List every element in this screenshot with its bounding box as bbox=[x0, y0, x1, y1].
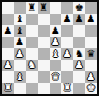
square-f5[interactable] bbox=[61, 37, 73, 49]
white-rook-f1: ♜ bbox=[63, 83, 72, 93]
square-e5[interactable]: ♟ bbox=[50, 37, 62, 49]
white-pawn-e5: ♟ bbox=[51, 37, 60, 47]
square-g4[interactable]: ♞ bbox=[73, 48, 85, 60]
square-b8[interactable] bbox=[14, 2, 26, 14]
white-bishop-e4: ♝ bbox=[51, 48, 60, 58]
square-h1[interactable]: ♚ bbox=[85, 83, 97, 95]
square-a6[interactable]: ♟ bbox=[2, 25, 14, 37]
square-c5[interactable] bbox=[26, 37, 38, 49]
square-a7[interactable] bbox=[2, 14, 14, 26]
square-c6[interactable] bbox=[26, 25, 38, 37]
black-rook-c8: ♜ bbox=[27, 2, 36, 12]
black-knight-g4: ♞ bbox=[75, 48, 84, 58]
black-pawn-g7: ♟ bbox=[75, 14, 84, 24]
square-a4[interactable] bbox=[2, 48, 14, 60]
black-pawn-e6: ♟ bbox=[51, 25, 60, 35]
square-h2[interactable]: ♟ bbox=[85, 71, 97, 83]
square-c3[interactable]: ♞ bbox=[26, 60, 38, 72]
black-pawn-f7: ♟ bbox=[63, 14, 72, 24]
square-f7[interactable]: ♟ bbox=[61, 14, 73, 26]
black-rook-d8: ♜ bbox=[39, 2, 48, 12]
square-b4[interactable]: ♟ bbox=[14, 48, 26, 60]
square-e1[interactable] bbox=[50, 83, 62, 95]
square-d5[interactable] bbox=[38, 37, 50, 49]
square-g5[interactable] bbox=[73, 37, 85, 49]
square-f3[interactable] bbox=[61, 60, 73, 72]
white-pawn-f4: ♟ bbox=[63, 48, 72, 58]
square-e2[interactable]: ♛ bbox=[50, 71, 62, 83]
square-b3[interactable] bbox=[14, 60, 26, 72]
square-d2[interactable] bbox=[38, 71, 50, 83]
white-pawn-g3: ♟ bbox=[75, 60, 84, 70]
square-d8[interactable]: ♜ bbox=[38, 2, 50, 14]
square-d6[interactable] bbox=[38, 25, 50, 37]
white-king-h1: ♚ bbox=[87, 83, 96, 93]
square-f2[interactable] bbox=[61, 71, 73, 83]
square-h6[interactable] bbox=[85, 25, 97, 37]
square-e4[interactable]: ♝ bbox=[50, 48, 62, 60]
square-e8[interactable] bbox=[50, 2, 62, 14]
square-d4[interactable] bbox=[38, 48, 50, 60]
square-b6[interactable]: ♝ bbox=[14, 25, 26, 37]
white-knight-c3: ♞ bbox=[27, 60, 36, 70]
square-b7[interactable]: ♝ bbox=[14, 14, 26, 26]
white-rook-a1: ♜ bbox=[3, 83, 12, 93]
square-h5[interactable] bbox=[85, 37, 97, 49]
black-bishop-b6: ♝ bbox=[15, 25, 24, 35]
square-d3[interactable] bbox=[38, 60, 50, 72]
square-h4[interactable]: ♛ bbox=[85, 48, 97, 60]
black-pawn-a6: ♟ bbox=[3, 25, 12, 35]
square-a1[interactable]: ♜ bbox=[2, 83, 14, 95]
white-pawn-h2: ♟ bbox=[87, 71, 96, 81]
square-h8[interactable] bbox=[85, 2, 97, 14]
black-queen-h4: ♛ bbox=[87, 48, 96, 58]
white-queen-e2: ♛ bbox=[51, 71, 60, 81]
square-g6[interactable] bbox=[73, 25, 85, 37]
square-a3[interactable]: ♟ bbox=[2, 60, 14, 72]
square-h3[interactable] bbox=[85, 60, 97, 72]
black-pawn-h7: ♟ bbox=[87, 14, 96, 24]
square-g8[interactable]: ♚ bbox=[73, 2, 85, 14]
square-b2[interactable]: ♝ bbox=[14, 71, 26, 83]
square-a5[interactable] bbox=[2, 37, 14, 49]
square-f1[interactable]: ♜ bbox=[61, 83, 73, 95]
chessboard: ♜♜♚♝♟♟♟♟♝♟♟♟♟♝♟♞♛♟♞♟♝♛♟♜♜♚ bbox=[2, 2, 97, 94]
square-a8[interactable] bbox=[2, 2, 14, 14]
black-king-g8: ♚ bbox=[75, 2, 84, 12]
square-d7[interactable] bbox=[38, 14, 50, 26]
white-pawn-a3: ♟ bbox=[3, 60, 12, 70]
square-c7[interactable] bbox=[26, 14, 38, 26]
square-g2[interactable] bbox=[73, 71, 85, 83]
black-bishop-b7: ♝ bbox=[15, 14, 24, 24]
square-a2[interactable] bbox=[2, 71, 14, 83]
square-d1[interactable] bbox=[38, 83, 50, 95]
square-g7[interactable]: ♟ bbox=[73, 14, 85, 26]
square-e6[interactable]: ♟ bbox=[50, 25, 62, 37]
square-f6[interactable] bbox=[61, 25, 73, 37]
square-g1[interactable] bbox=[73, 83, 85, 95]
square-c4[interactable] bbox=[26, 48, 38, 60]
square-e3[interactable] bbox=[50, 60, 62, 72]
square-f8[interactable] bbox=[61, 2, 73, 14]
white-bishop-b2: ♝ bbox=[15, 71, 24, 81]
square-c2[interactable] bbox=[26, 71, 38, 83]
black-pawn-b5: ♟ bbox=[15, 37, 24, 47]
square-f4[interactable]: ♟ bbox=[61, 48, 73, 60]
square-b1[interactable] bbox=[14, 83, 26, 95]
square-b5[interactable]: ♟ bbox=[14, 37, 26, 49]
square-c1[interactable] bbox=[26, 83, 38, 95]
white-pawn-b4: ♟ bbox=[15, 48, 24, 58]
square-c8[interactable]: ♜ bbox=[26, 2, 38, 14]
square-h7[interactable]: ♟ bbox=[85, 14, 97, 26]
square-e7[interactable] bbox=[50, 14, 62, 26]
square-g3[interactable]: ♟ bbox=[73, 60, 85, 72]
